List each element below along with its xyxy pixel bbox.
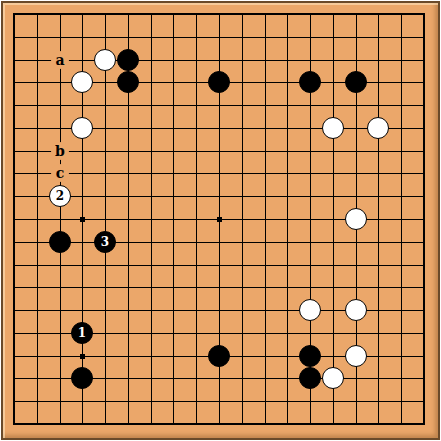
black-stone	[299, 345, 321, 367]
black-stone	[299, 71, 321, 93]
letter-label-a: a	[51, 51, 69, 69]
grid-line-vertical	[333, 13, 334, 425]
grid-line-vertical	[265, 13, 266, 425]
white-stone	[299, 299, 321, 321]
board-grid: 231abc	[0, 0, 441, 441]
black-stone-move-3: 3	[94, 231, 116, 253]
star-point	[217, 217, 222, 222]
white-stone	[345, 208, 367, 230]
grid-line-horizontal	[13, 423, 425, 425]
grid-line-vertical	[242, 13, 243, 425]
go-board-diagram: 231abc	[0, 0, 441, 441]
white-stone-move-2: 2	[49, 185, 71, 207]
white-stone	[94, 49, 116, 71]
black-stone	[49, 231, 71, 253]
grid-line-vertical	[287, 13, 288, 425]
move-number: 1	[78, 327, 86, 339]
grid-line-horizontal	[13, 401, 425, 402]
star-point	[80, 354, 85, 359]
black-stone	[117, 71, 139, 93]
grid-line-vertical	[401, 13, 402, 425]
black-stone	[208, 71, 230, 93]
white-stone	[322, 367, 344, 389]
letter-label-b: b	[51, 142, 69, 160]
grid-line-horizontal	[13, 265, 425, 266]
letter-label-c: c	[51, 164, 69, 182]
white-stone	[345, 299, 367, 321]
white-stone	[71, 71, 93, 93]
white-stone	[367, 117, 389, 139]
move-number: 3	[101, 236, 109, 248]
grid-line-vertical	[378, 13, 379, 425]
white-stone	[71, 117, 93, 139]
move-number: 2	[56, 190, 64, 202]
black-stone	[208, 345, 230, 367]
black-stone	[71, 367, 93, 389]
grid-line-horizontal	[13, 287, 425, 288]
black-stone	[345, 71, 367, 93]
white-stone	[322, 117, 344, 139]
star-point	[80, 217, 85, 222]
white-stone	[345, 345, 367, 367]
black-stone	[299, 367, 321, 389]
grid-line-vertical	[423, 13, 425, 425]
black-stone-move-1: 1	[71, 322, 93, 344]
grid-line-horizontal	[13, 242, 425, 243]
black-stone	[117, 49, 139, 71]
